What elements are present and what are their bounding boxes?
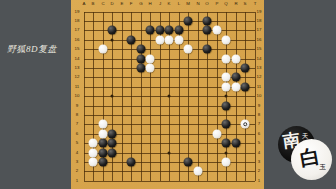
coord-letter-T: T [253,1,256,5]
stone-white-N2 [193,167,202,176]
coord-letter-S: S [244,1,247,5]
coord-number-left-8: 8 [75,113,77,117]
coord-number-left-15: 15 [74,47,79,51]
coord-number-right-1: 1 [258,179,260,183]
stone-black-C3 [98,157,107,166]
stone-white-H14 [146,54,155,63]
stone-black-Q9 [222,101,231,110]
coord-number-right-7: 7 [258,122,260,126]
stone-white-L16 [174,35,183,44]
coord-number-right-11: 11 [257,85,262,89]
stone-black-D17 [108,26,117,35]
stone-black-R5 [231,139,240,148]
grid-line-vertical [207,12,208,181]
stone-white-Q16 [222,35,231,44]
stone-black-S11 [241,82,250,91]
coord-number-right-15: 15 [257,47,262,51]
coord-number-right-4: 4 [258,150,260,154]
stone-white-Q12 [222,73,231,82]
coord-number-right-18: 18 [257,19,262,23]
stone-black-D5 [108,139,117,148]
stone-white-R14 [231,54,240,63]
stone-white-C6 [98,129,107,138]
stone-black-C5 [98,139,107,148]
coord-letter-F: F [130,1,133,5]
coord-letter-E: E [120,1,123,5]
coord-number-left-10: 10 [74,94,79,98]
stone-black-G15 [136,45,145,54]
coord-letter-D: D [110,1,113,5]
coord-letter-O: O [205,1,208,5]
stone-white-R11 [231,82,240,91]
coord-number-left-18: 18 [74,19,79,23]
stone-white-P17 [212,26,221,35]
coord-number-left-7: 7 [75,122,77,126]
coord-number-right-6: 6 [258,132,260,136]
logo-white-stone-subtext: 玉 [319,163,326,173]
coord-number-left-19: 19 [74,9,79,13]
coord-number-left-9: 9 [75,103,77,107]
coord-number-right-8: 8 [258,113,260,117]
stone-black-M3 [184,157,193,166]
coord-number-right-12: 12 [257,75,262,79]
stone-white-S7 [241,120,250,129]
coord-number-right-9: 9 [258,103,260,107]
star-point-Q10 [225,95,228,98]
stone-white-C7 [98,120,107,129]
coord-number-left-13: 13 [74,66,79,70]
last-move-marker [243,122,248,127]
grid-line-vertical [236,12,237,181]
stone-black-O17 [203,26,212,35]
coord-number-right-2: 2 [258,169,260,173]
coord-number-right-17: 17 [257,28,262,32]
stone-black-S13 [241,63,250,72]
coord-number-left-6: 6 [75,132,77,136]
stone-black-L17 [174,26,183,35]
coord-number-right-5: 5 [258,141,260,145]
coord-number-left-3: 3 [75,160,77,164]
coord-number-left-2: 2 [75,169,77,173]
stone-black-M18 [184,16,193,25]
stone-white-Q11 [222,82,231,91]
stone-black-D4 [108,148,117,157]
stone-white-B5 [89,139,98,148]
logo-white-stone-text: 白 [298,145,321,168]
coord-letter-B: B [92,1,95,5]
stone-black-K17 [165,26,174,35]
coord-letter-R: R [234,1,237,5]
coord-number-left-16: 16 [74,38,79,42]
review-caption: 野狐8D复盘 [7,43,71,56]
star-point-D16 [111,38,114,41]
stone-black-H17 [146,26,155,35]
coord-letter-J: J [158,1,160,5]
coord-letter-C: C [101,1,104,5]
app-logo: 南 天 白 玉 [277,125,336,180]
coord-letter-M: M [186,1,190,5]
logo-white-stone: 白 玉 [291,139,332,180]
coord-number-right-16: 16 [257,38,262,42]
coord-number-left-14: 14 [74,56,79,60]
stone-black-D6 [108,129,117,138]
coord-letter-K: K [168,1,171,5]
stone-white-Q3 [222,157,231,166]
stone-black-R12 [231,73,240,82]
coord-number-right-14: 14 [257,56,262,60]
grid-line-vertical [245,12,246,181]
stone-black-G14 [136,54,145,63]
stone-white-B4 [89,148,98,157]
grid-line-horizontal [84,171,255,172]
stone-black-F16 [127,35,136,44]
star-point-K10 [168,95,171,98]
stone-white-P6 [212,129,221,138]
grid-line-vertical [188,12,189,181]
screen: 野狐8D复盘 ABCDEFGHJKLMNOPQRST19191818171716… [0,0,336,189]
coord-number-left-1: 1 [75,179,77,183]
grid-line-vertical [217,12,218,181]
stone-white-J16 [155,35,164,44]
coord-number-left-17: 17 [74,28,79,32]
grid-line-horizontal [84,181,255,182]
stone-white-M15 [184,45,193,54]
coord-letter-P: P [215,1,218,5]
stone-black-O15 [203,45,212,54]
stone-black-O18 [203,16,212,25]
stone-white-B3 [89,157,98,166]
stone-black-G13 [136,63,145,72]
stone-black-Q7 [222,120,231,129]
coord-number-left-4: 4 [75,150,77,154]
stone-black-J17 [155,26,164,35]
coord-number-left-12: 12 [74,75,79,79]
grid-line-vertical [198,12,199,181]
stone-white-K16 [165,35,174,44]
coord-number-left-11: 11 [74,85,79,89]
coord-number-right-19: 19 [257,9,262,13]
grid-line-vertical [255,12,256,181]
stone-black-C4 [98,148,107,157]
coord-number-right-13: 13 [257,66,262,70]
coord-letter-L: L [177,1,179,5]
go-board[interactable]: ABCDEFGHJKLMNOPQRST191918181717161615151… [71,0,264,189]
stone-white-C15 [98,45,107,54]
star-point-D10 [111,95,114,98]
star-point-K4 [168,151,171,154]
coord-number-right-3: 3 [258,160,260,164]
stone-white-Q14 [222,54,231,63]
coord-letter-N: N [196,1,199,5]
stone-black-F3 [127,157,136,166]
coord-letter-A: A [82,1,85,5]
coord-letter-Q: Q [224,1,227,5]
coord-number-left-5: 5 [75,141,77,145]
coord-letter-G: G [139,1,142,5]
coord-letter-H: H [148,1,151,5]
star-point-Q4 [225,151,228,154]
grid-line-horizontal [84,115,255,116]
stone-black-Q5 [222,139,231,148]
coord-number-right-10: 10 [257,94,262,98]
stone-white-H13 [146,63,155,72]
